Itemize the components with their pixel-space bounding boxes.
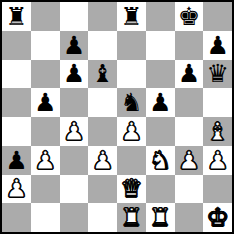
square-d2[interactable]	[88, 175, 117, 204]
square-b8[interactable]	[31, 2, 60, 31]
square-b1[interactable]	[31, 203, 60, 232]
square-h7[interactable]: ♟	[203, 31, 232, 60]
square-g4[interactable]	[175, 117, 204, 146]
square-f5[interactable]: ♟	[146, 88, 175, 117]
square-a1[interactable]	[2, 203, 31, 232]
square-h8[interactable]	[203, 2, 232, 31]
square-h1[interactable]: ♚	[203, 203, 232, 232]
square-c1[interactable]	[60, 203, 89, 232]
piece-white-pawn: ♟	[91, 148, 113, 173]
square-g2[interactable]	[175, 175, 204, 204]
square-c2[interactable]	[60, 175, 89, 204]
square-b4[interactable]	[31, 117, 60, 146]
square-g6[interactable]: ♟	[175, 60, 204, 89]
square-a5[interactable]	[2, 88, 31, 117]
square-c6[interactable]: ♟	[60, 60, 89, 89]
square-a8[interactable]: ♜	[2, 2, 31, 31]
square-c7[interactable]: ♟	[60, 31, 89, 60]
square-b3[interactable]: ♟	[31, 146, 60, 175]
piece-white-bishop: ♝	[206, 119, 228, 144]
square-g1[interactable]	[175, 203, 204, 232]
square-e6[interactable]	[117, 60, 146, 89]
square-f7[interactable]	[146, 31, 175, 60]
piece-white-pawn: ♟	[206, 148, 228, 173]
square-a6[interactable]	[2, 60, 31, 89]
square-e8[interactable]: ♜	[117, 2, 146, 31]
piece-white-queen: ♛	[120, 176, 142, 201]
square-h6[interactable]: ♛	[203, 60, 232, 89]
piece-white-king: ♚	[206, 205, 228, 230]
square-a7[interactable]	[2, 31, 31, 60]
square-d6[interactable]: ♝	[88, 60, 117, 89]
piece-black-pawn: ♟	[206, 33, 228, 58]
square-e1[interactable]: ♜	[117, 203, 146, 232]
piece-black-rook: ♜	[120, 4, 142, 29]
square-h5[interactable]	[203, 88, 232, 117]
piece-black-pawn: ♟	[5, 148, 27, 173]
square-a2[interactable]: ♟	[2, 175, 31, 204]
square-g5[interactable]	[175, 88, 204, 117]
square-e4[interactable]: ♟	[117, 117, 146, 146]
piece-white-rook: ♜	[149, 205, 171, 230]
square-e7[interactable]	[117, 31, 146, 60]
piece-white-knight: ♞	[149, 148, 171, 173]
square-c4[interactable]: ♟	[60, 117, 89, 146]
square-e5[interactable]: ♞	[117, 88, 146, 117]
piece-white-pawn: ♟	[120, 119, 142, 144]
square-d5[interactable]	[88, 88, 117, 117]
square-f6[interactable]	[146, 60, 175, 89]
square-b5[interactable]: ♟	[31, 88, 60, 117]
piece-black-pawn: ♟	[34, 90, 56, 115]
square-h4[interactable]: ♝	[203, 117, 232, 146]
square-c8[interactable]	[60, 2, 89, 31]
square-c5[interactable]	[60, 88, 89, 117]
piece-black-bishop: ♝	[91, 61, 113, 86]
chess-board: ♜♜♚♟♟♟♝♟♛♟♞♟♟♟♝♟♟♟♞♟♟♟♛♜♜♚	[0, 0, 234, 234]
piece-black-knight: ♞	[120, 90, 142, 115]
square-h2[interactable]	[203, 175, 232, 204]
square-h3[interactable]: ♟	[203, 146, 232, 175]
square-d7[interactable]	[88, 31, 117, 60]
square-b2[interactable]	[31, 175, 60, 204]
square-e2[interactable]: ♛	[117, 175, 146, 204]
piece-black-pawn: ♟	[178, 61, 200, 86]
square-g3[interactable]: ♟	[175, 146, 204, 175]
piece-black-pawn: ♟	[63, 61, 85, 86]
square-d4[interactable]	[88, 117, 117, 146]
square-a3[interactable]: ♟	[2, 146, 31, 175]
square-f2[interactable]	[146, 175, 175, 204]
piece-white-pawn: ♟	[34, 148, 56, 173]
piece-black-pawn: ♟	[149, 90, 171, 115]
piece-white-pawn: ♟	[178, 148, 200, 173]
piece-white-pawn: ♟	[5, 176, 27, 201]
piece-white-rook: ♜	[120, 205, 142, 230]
piece-black-rook: ♜	[5, 4, 27, 29]
square-b6[interactable]	[31, 60, 60, 89]
square-d8[interactable]	[88, 2, 117, 31]
piece-black-pawn: ♟	[63, 33, 85, 58]
square-c3[interactable]	[60, 146, 89, 175]
piece-white-pawn: ♟	[63, 119, 85, 144]
square-f8[interactable]	[146, 2, 175, 31]
square-f1[interactable]: ♜	[146, 203, 175, 232]
square-f4[interactable]	[146, 117, 175, 146]
square-g8[interactable]: ♚	[175, 2, 204, 31]
square-f3[interactable]: ♞	[146, 146, 175, 175]
square-e3[interactable]	[117, 146, 146, 175]
square-d1[interactable]	[88, 203, 117, 232]
square-b7[interactable]	[31, 31, 60, 60]
square-a4[interactable]	[2, 117, 31, 146]
square-d3[interactable]: ♟	[88, 146, 117, 175]
piece-black-king: ♚	[178, 4, 200, 29]
square-g7[interactable]	[175, 31, 204, 60]
piece-black-queen: ♛	[206, 61, 228, 86]
